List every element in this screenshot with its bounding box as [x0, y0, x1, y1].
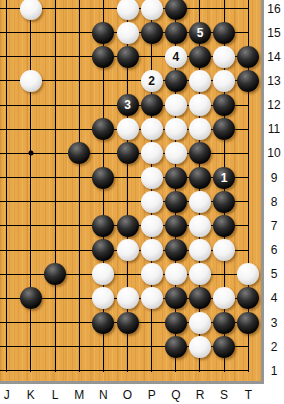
- white-stone: [20, 0, 42, 20]
- black-stone: [237, 312, 259, 334]
- row-label: 14: [264, 50, 284, 64]
- column-label: T: [245, 388, 252, 402]
- black-stone: [213, 215, 235, 237]
- black-stone: [20, 287, 42, 309]
- column-coordinate-strip: JKLMNOPQRST: [0, 384, 264, 404]
- row-label: 1: [264, 364, 284, 378]
- black-stone: [189, 287, 211, 309]
- black-stone: [213, 118, 235, 140]
- white-stone: [189, 336, 211, 358]
- go-board[interactable]: 54231: [0, 0, 261, 381]
- white-stone: [213, 287, 235, 309]
- white-stone: [189, 191, 211, 213]
- row-label: 8: [264, 195, 284, 209]
- row-label: 5: [264, 267, 284, 281]
- row-label: 4: [264, 291, 284, 305]
- move-number-label: 4: [172, 51, 179, 63]
- white-stone: 4: [165, 46, 187, 68]
- white-stone: [189, 70, 211, 92]
- black-stone: [165, 22, 187, 44]
- white-stone: [189, 94, 211, 116]
- white-stone: [189, 118, 211, 140]
- black-stone: [165, 167, 187, 189]
- column-label: R: [196, 388, 205, 402]
- black-stone: [117, 312, 139, 334]
- black-stone: [189, 167, 211, 189]
- white-stone: [165, 263, 187, 285]
- white-stone: [92, 263, 114, 285]
- white-stone: [20, 70, 42, 92]
- white-stone: [141, 191, 163, 213]
- column-label: Q: [171, 388, 180, 402]
- white-stone: [117, 0, 139, 20]
- black-stone: [237, 287, 259, 309]
- white-stone: [237, 263, 259, 285]
- black-stone: [92, 167, 114, 189]
- white-stone: [165, 142, 187, 164]
- black-stone: [237, 46, 259, 68]
- white-stone: [141, 263, 163, 285]
- black-stone: [141, 94, 163, 116]
- column-label: L: [52, 388, 59, 402]
- black-stone: [213, 336, 235, 358]
- grid-line-horizontal: [0, 274, 249, 275]
- row-label: 10: [264, 146, 284, 160]
- white-stone: [189, 239, 211, 261]
- star-point: [28, 151, 33, 156]
- black-stone: [165, 336, 187, 358]
- black-stone: 5: [189, 22, 211, 44]
- white-stone: [117, 287, 139, 309]
- black-stone: 3: [117, 94, 139, 116]
- black-stone: [141, 22, 163, 44]
- go-diagram-screen: 54231 16151413121110987654321 JKLMNOPQRS…: [0, 0, 284, 404]
- white-stone: [117, 239, 139, 261]
- column-label: J: [4, 388, 10, 402]
- white-stone: [213, 46, 235, 68]
- column-label: S: [220, 388, 228, 402]
- move-number-label: 1: [221, 172, 228, 184]
- row-label: 12: [264, 98, 284, 112]
- white-stone: [141, 118, 163, 140]
- white-stone: [189, 263, 211, 285]
- row-label: 3: [264, 316, 284, 330]
- white-stone: [189, 215, 211, 237]
- move-number-label: 5: [197, 27, 204, 39]
- black-stone: [213, 22, 235, 44]
- white-stone: [141, 142, 163, 164]
- black-stone: [92, 118, 114, 140]
- black-stone: [117, 142, 139, 164]
- white-stone: [141, 215, 163, 237]
- white-stone: [92, 287, 114, 309]
- white-stone: [141, 239, 163, 261]
- grid-line-horizontal: [0, 370, 249, 371]
- black-stone: [68, 142, 90, 164]
- black-stone: [213, 312, 235, 334]
- white-stone: [165, 94, 187, 116]
- black-stone: 1: [213, 167, 235, 189]
- row-label: 6: [264, 243, 284, 257]
- black-stone: [213, 191, 235, 213]
- row-label: 7: [264, 219, 284, 233]
- white-stone: [213, 239, 235, 261]
- black-stone: [117, 215, 139, 237]
- white-stone: [165, 118, 187, 140]
- column-label: N: [99, 388, 108, 402]
- move-number-label: 3: [124, 99, 131, 111]
- black-stone: [189, 46, 211, 68]
- black-stone: [117, 46, 139, 68]
- white-stone: [141, 0, 163, 20]
- column-label: K: [27, 388, 35, 402]
- black-stone: [213, 94, 235, 116]
- black-stone: [189, 142, 211, 164]
- white-stone: [213, 70, 235, 92]
- white-stone: [141, 287, 163, 309]
- black-stone: [92, 215, 114, 237]
- white-stone: 2: [141, 70, 163, 92]
- white-stone: [189, 312, 211, 334]
- black-stone: [165, 239, 187, 261]
- black-stone: [165, 70, 187, 92]
- black-stone: [237, 70, 259, 92]
- white-stone: [117, 22, 139, 44]
- black-stone: [165, 191, 187, 213]
- white-stone: [141, 167, 163, 189]
- black-stone: [165, 215, 187, 237]
- row-label: 16: [264, 2, 284, 16]
- row-label: 11: [264, 122, 284, 136]
- black-stone: [165, 312, 187, 334]
- black-stone: [92, 46, 114, 68]
- grid-line-horizontal: [0, 346, 249, 347]
- move-number-label: 2: [148, 75, 155, 87]
- black-stone: [92, 22, 114, 44]
- column-label: M: [74, 388, 84, 402]
- grid-line-horizontal: [0, 177, 249, 178]
- row-label: 9: [264, 171, 284, 185]
- black-stone: [92, 239, 114, 261]
- column-label: P: [148, 388, 156, 402]
- white-stone: [117, 118, 139, 140]
- black-stone: [165, 287, 187, 309]
- column-label: O: [123, 388, 132, 402]
- black-stone: [44, 263, 66, 285]
- black-stone: [92, 312, 114, 334]
- grid-line-horizontal: [0, 201, 249, 202]
- black-stone: [165, 0, 187, 20]
- row-coordinate-strip: 16151413121110987654321: [264, 0, 284, 404]
- row-label: 13: [264, 74, 284, 88]
- row-label: 15: [264, 26, 284, 40]
- row-label: 2: [264, 340, 284, 354]
